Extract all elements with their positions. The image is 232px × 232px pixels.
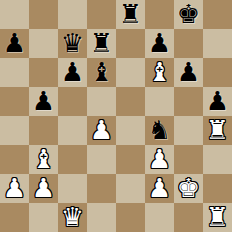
square-f8[interactable] [145,0,174,29]
white-rook[interactable]: ♜ [206,203,229,232]
square-h8[interactable] [203,0,232,29]
black-bishop[interactable]: ♝ [90,58,113,87]
square-h4[interactable]: ♜ [203,116,232,145]
square-f2[interactable]: ♟ [145,174,174,203]
square-e4[interactable] [116,116,145,145]
black-king[interactable]: ♚ [177,0,200,29]
square-f4[interactable]: ♞ [145,116,174,145]
square-b8[interactable] [29,0,58,29]
square-c2[interactable] [58,174,87,203]
black-pawn[interactable]: ♟ [3,29,26,58]
square-e7[interactable] [116,29,145,58]
black-pawn[interactable]: ♟ [177,58,200,87]
square-h5[interactable]: ♟ [203,87,232,116]
square-a8[interactable] [0,0,29,29]
square-e8[interactable]: ♜ [116,0,145,29]
square-b5[interactable]: ♟ [29,87,58,116]
square-b2[interactable]: ♟ [29,174,58,203]
square-d2[interactable] [87,174,116,203]
black-pawn[interactable]: ♟ [148,29,171,58]
square-b7[interactable] [29,29,58,58]
square-c6[interactable]: ♟ [58,58,87,87]
square-f5[interactable] [145,87,174,116]
square-h2[interactable] [203,174,232,203]
square-e5[interactable] [116,87,145,116]
square-a6[interactable] [0,58,29,87]
white-rook[interactable]: ♜ [206,116,229,145]
white-pawn[interactable]: ♟ [148,145,171,174]
square-h6[interactable] [203,58,232,87]
square-e3[interactable] [116,145,145,174]
square-d4[interactable]: ♟ [87,116,116,145]
square-c5[interactable] [58,87,87,116]
white-pawn[interactable]: ♟ [3,174,26,203]
black-rook[interactable]: ♜ [90,29,113,58]
white-pawn[interactable]: ♟ [148,174,171,203]
white-bishop[interactable]: ♝ [148,58,171,87]
black-pawn[interactable]: ♟ [61,58,84,87]
black-rook[interactable]: ♜ [119,0,142,29]
square-g8[interactable]: ♚ [174,0,203,29]
black-queen[interactable]: ♛ [61,29,84,58]
square-b3[interactable]: ♝ [29,145,58,174]
white-queen[interactable]: ♛ [61,203,84,232]
square-e2[interactable] [116,174,145,203]
square-c4[interactable] [58,116,87,145]
square-d1[interactable] [87,203,116,232]
square-a3[interactable] [0,145,29,174]
square-f6[interactable]: ♝ [145,58,174,87]
square-h7[interactable] [203,29,232,58]
square-g3[interactable] [174,145,203,174]
square-f3[interactable]: ♟ [145,145,174,174]
square-b1[interactable] [29,203,58,232]
square-f1[interactable] [145,203,174,232]
white-pawn[interactable]: ♟ [90,116,113,145]
black-knight[interactable]: ♞ [148,116,171,145]
white-king[interactable]: ♚ [177,174,200,203]
square-d8[interactable] [87,0,116,29]
square-a4[interactable] [0,116,29,145]
square-g1[interactable] [174,203,203,232]
chess-board: ♜♚♟♛♜♟♟♝♝♟♟♟♟♞♜♝♟♟♟♟♚♛♜ [0,0,232,232]
square-a1[interactable] [0,203,29,232]
square-a5[interactable] [0,87,29,116]
square-d6[interactable]: ♝ [87,58,116,87]
square-h1[interactable]: ♜ [203,203,232,232]
square-a2[interactable]: ♟ [0,174,29,203]
square-g4[interactable] [174,116,203,145]
square-d5[interactable] [87,87,116,116]
square-a7[interactable]: ♟ [0,29,29,58]
square-c1[interactable]: ♛ [58,203,87,232]
square-c3[interactable] [58,145,87,174]
square-f7[interactable]: ♟ [145,29,174,58]
square-g5[interactable] [174,87,203,116]
black-pawn[interactable]: ♟ [206,87,229,116]
square-e6[interactable] [116,58,145,87]
square-g7[interactable] [174,29,203,58]
square-d3[interactable] [87,145,116,174]
square-b6[interactable] [29,58,58,87]
square-b4[interactable] [29,116,58,145]
square-h3[interactable] [203,145,232,174]
square-c8[interactable] [58,0,87,29]
white-pawn[interactable]: ♟ [32,174,55,203]
square-e1[interactable] [116,203,145,232]
square-d7[interactable]: ♜ [87,29,116,58]
black-pawn[interactable]: ♟ [32,87,55,116]
square-g2[interactable]: ♚ [174,174,203,203]
square-c7[interactable]: ♛ [58,29,87,58]
square-g6[interactable]: ♟ [174,58,203,87]
white-bishop[interactable]: ♝ [32,145,55,174]
